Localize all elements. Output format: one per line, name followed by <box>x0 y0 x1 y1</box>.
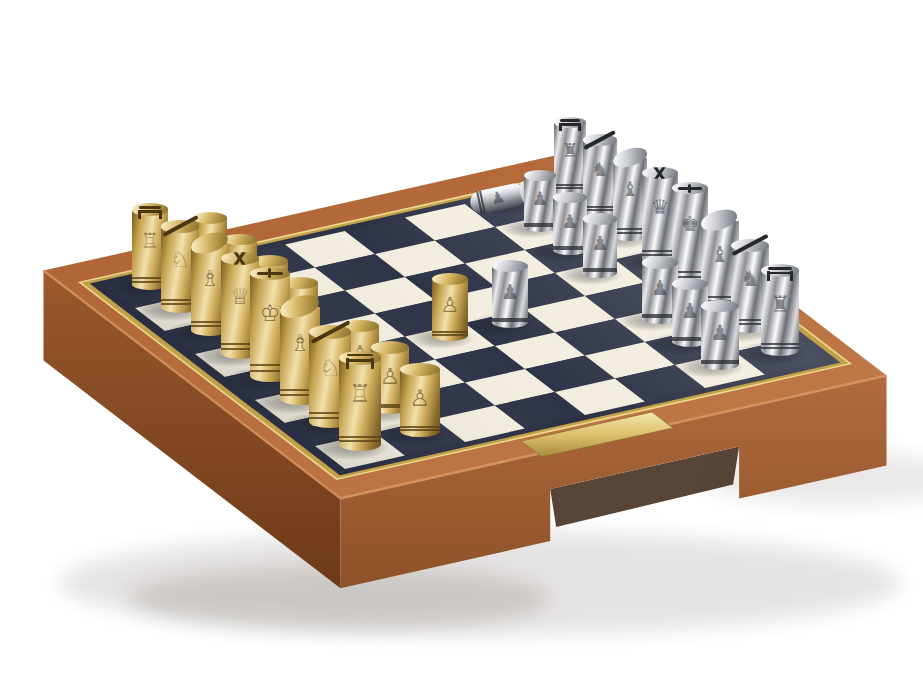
black-pawn[interactable]: ♟ <box>701 306 738 370</box>
white-pawn[interactable]: ♙ <box>400 369 439 437</box>
black-pawn[interactable]: ♟ <box>583 219 617 278</box>
chess-set-photo: Leather travel chess set — brass versus … <box>0 0 923 682</box>
white-pawn[interactable]: ♙ <box>432 279 468 341</box>
black-pawn[interactable]: ♟ <box>553 198 586 255</box>
black-rook[interactable]: ♜ <box>761 271 800 357</box>
black-rook[interactable]: ♜ <box>554 123 587 196</box>
black-pawn[interactable]: ♟ <box>492 266 528 327</box>
black-pawn[interactable]: ♟ <box>524 176 556 232</box>
white-rook[interactable]: ♖ <box>339 358 381 451</box>
